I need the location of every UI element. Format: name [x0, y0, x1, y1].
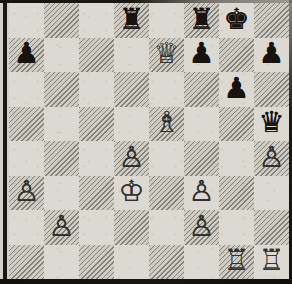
white-pawn-a3[interactable]: ♙	[14, 177, 40, 206]
square-c2[interactable]	[79, 210, 114, 245]
square-d8[interactable]: ♜	[114, 3, 149, 38]
square-h8[interactable]	[254, 3, 289, 38]
square-g8[interactable]: ♚	[219, 3, 254, 38]
square-g1[interactable]: ♖	[219, 245, 254, 280]
square-e8[interactable]	[149, 3, 184, 38]
square-f6[interactable]	[184, 72, 219, 107]
square-d3[interactable]: ♔	[114, 176, 149, 211]
square-e4[interactable]	[149, 141, 184, 176]
square-c5[interactable]	[79, 107, 114, 142]
square-g4[interactable]	[219, 141, 254, 176]
white-pawn-d4[interactable]: ♙	[119, 143, 145, 172]
square-b2[interactable]: ♙	[44, 210, 79, 245]
square-a4[interactable]	[9, 141, 44, 176]
square-d4[interactable]: ♙	[114, 141, 149, 176]
square-b5[interactable]	[44, 107, 79, 142]
square-d1[interactable]	[114, 245, 149, 280]
square-h2[interactable]	[254, 210, 289, 245]
square-f5[interactable]	[184, 107, 219, 142]
white-pawn-f2[interactable]: ♙	[189, 212, 215, 241]
square-h5[interactable]: ♛	[254, 107, 289, 142]
square-e1[interactable]	[149, 245, 184, 280]
square-f1[interactable]	[184, 245, 219, 280]
square-b4[interactable]	[44, 141, 79, 176]
square-b3[interactable]	[44, 176, 79, 211]
board-frame-right	[289, 0, 292, 284]
black-rook-d8[interactable]: ♜	[119, 5, 145, 34]
square-d6[interactable]	[114, 72, 149, 107]
square-a7[interactable]: ♟	[9, 38, 44, 73]
square-g6[interactable]: ♟	[219, 72, 254, 107]
square-f7[interactable]: ♟	[184, 38, 219, 73]
white-rook-h1[interactable]: ♖	[259, 246, 285, 275]
chess-board: ♜♜♚♟♕♟♟♟♗♛♙♙♙♔♙♙♙♖♖	[9, 3, 289, 279]
square-g7[interactable]	[219, 38, 254, 73]
square-b7[interactable]	[44, 38, 79, 73]
square-d2[interactable]	[114, 210, 149, 245]
square-b6[interactable]	[44, 72, 79, 107]
square-a2[interactable]	[9, 210, 44, 245]
white-pawn-h4[interactable]: ♙	[259, 143, 285, 172]
white-queen-e7[interactable]: ♕	[154, 39, 180, 68]
white-rook-g1[interactable]: ♖	[224, 246, 250, 275]
square-h7[interactable]: ♟	[254, 38, 289, 73]
square-a5[interactable]	[9, 107, 44, 142]
square-h3[interactable]	[254, 176, 289, 211]
square-b1[interactable]	[44, 245, 79, 280]
black-rook-f8[interactable]: ♜	[189, 5, 215, 34]
black-pawn-g6[interactable]: ♟	[224, 74, 250, 103]
square-e5[interactable]: ♗	[149, 107, 184, 142]
square-e6[interactable]	[149, 72, 184, 107]
square-c7[interactable]	[79, 38, 114, 73]
square-h4[interactable]: ♙	[254, 141, 289, 176]
square-h6[interactable]	[254, 72, 289, 107]
square-f4[interactable]	[184, 141, 219, 176]
black-pawn-h7[interactable]: ♟	[259, 39, 285, 68]
square-a3[interactable]: ♙	[9, 176, 44, 211]
white-bishop-e5[interactable]: ♗	[154, 108, 180, 137]
square-d7[interactable]	[114, 38, 149, 73]
square-c1[interactable]	[79, 245, 114, 280]
square-d5[interactable]	[114, 107, 149, 142]
chess-diagram: ♜♜♚♟♕♟♟♟♗♛♙♙♙♔♙♙♙♖♖	[0, 0, 292, 284]
square-e7[interactable]: ♕	[149, 38, 184, 73]
square-b8[interactable]	[44, 3, 79, 38]
square-a6[interactable]	[9, 72, 44, 107]
square-e2[interactable]	[149, 210, 184, 245]
square-c3[interactable]	[79, 176, 114, 211]
square-a1[interactable]	[9, 245, 44, 280]
black-queen-h5[interactable]: ♛	[259, 108, 285, 137]
square-c6[interactable]	[79, 72, 114, 107]
black-pawn-a7[interactable]: ♟	[14, 39, 40, 68]
white-pawn-f3[interactable]: ♙	[189, 177, 215, 206]
square-h1[interactable]: ♖	[254, 245, 289, 280]
board-frame-bottom	[0, 279, 292, 284]
square-c4[interactable]	[79, 141, 114, 176]
square-g2[interactable]	[219, 210, 254, 245]
square-c8[interactable]	[79, 3, 114, 38]
square-g3[interactable]	[219, 176, 254, 211]
white-pawn-b2[interactable]: ♙	[49, 212, 75, 241]
board-frame-left	[3, 0, 7, 284]
square-e3[interactable]	[149, 176, 184, 211]
black-pawn-f7[interactable]: ♟	[189, 39, 215, 68]
square-f8[interactable]: ♜	[184, 3, 219, 38]
square-f3[interactable]: ♙	[184, 176, 219, 211]
square-f2[interactable]: ♙	[184, 210, 219, 245]
square-a8[interactable]	[9, 3, 44, 38]
white-king-d3[interactable]: ♔	[119, 177, 145, 206]
square-g5[interactable]	[219, 107, 254, 142]
black-king-g8[interactable]: ♚	[224, 5, 250, 34]
